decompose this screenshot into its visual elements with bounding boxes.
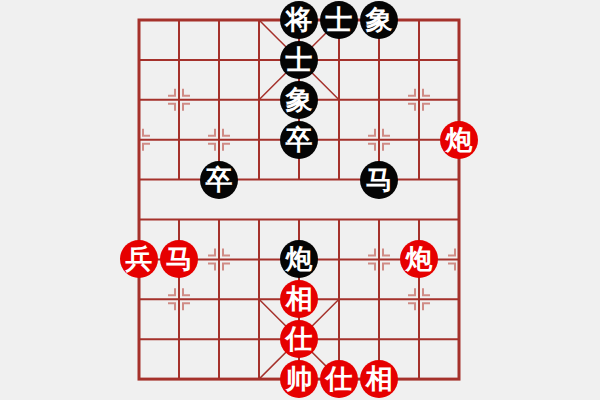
piece-red-advisor[interactable]: 仕: [280, 320, 318, 358]
board-point[interactable]: [439, 80, 479, 120]
board-point[interactable]: [239, 199, 279, 239]
board-point[interactable]: [199, 319, 239, 359]
board-point[interactable]: [159, 80, 199, 120]
board-point[interactable]: [159, 279, 199, 319]
piece-black-soldier[interactable]: 卒: [200, 161, 238, 199]
board-point[interactable]: 将: [279, 0, 319, 40]
board-point[interactable]: [199, 239, 239, 279]
board-point[interactable]: [439, 160, 479, 200]
xiangqi-board: 将士象士象卒炮卒马兵马炮炮相仕帅仕相: [0, 0, 600, 400]
board-point[interactable]: [159, 0, 199, 40]
piece-black-horse[interactable]: 马: [360, 161, 398, 199]
board-point[interactable]: [439, 0, 479, 40]
board-point[interactable]: [359, 199, 399, 239]
board-point[interactable]: 仕: [279, 319, 319, 359]
board-point[interactable]: [119, 160, 159, 200]
board-point[interactable]: [319, 120, 359, 160]
piece-black-advisor[interactable]: 士: [320, 1, 358, 39]
board-point[interactable]: 士: [319, 0, 359, 40]
board-point[interactable]: [199, 0, 239, 40]
board-point[interactable]: 兵: [119, 239, 159, 279]
board-point[interactable]: [359, 239, 399, 279]
board-point[interactable]: [319, 80, 359, 120]
board-point[interactable]: [239, 120, 279, 160]
board-point[interactable]: [239, 0, 279, 40]
piece-black-advisor[interactable]: 士: [280, 41, 318, 79]
board-point[interactable]: [159, 40, 199, 80]
board-point[interactable]: [399, 160, 439, 200]
board-point[interactable]: [279, 160, 319, 200]
board-point[interactable]: [399, 199, 439, 239]
board-point[interactable]: 炮: [279, 239, 319, 279]
piece-black-general[interactable]: 将: [280, 1, 318, 39]
board-point[interactable]: [159, 359, 199, 399]
board-point[interactable]: 象: [279, 80, 319, 120]
board-point[interactable]: [399, 40, 439, 80]
board-point[interactable]: [439, 239, 479, 279]
piece-black-soldier[interactable]: 卒: [280, 121, 318, 159]
board-point[interactable]: [159, 120, 199, 160]
board-point[interactable]: [199, 199, 239, 239]
piece-red-elephant[interactable]: 相: [360, 360, 398, 398]
board-point[interactable]: [319, 160, 359, 200]
board-point[interactable]: [319, 239, 359, 279]
board-point[interactable]: 相: [359, 359, 399, 399]
board-point[interactable]: 炮: [399, 239, 439, 279]
board-point[interactable]: [399, 120, 439, 160]
piece-black-elephant[interactable]: 象: [280, 81, 318, 119]
board-point[interactable]: [199, 40, 239, 80]
piece-red-cannon[interactable]: 炮: [400, 240, 438, 278]
board-point[interactable]: [399, 279, 439, 319]
piece-red-advisor[interactable]: 仕: [320, 360, 358, 398]
board-point[interactable]: [319, 40, 359, 80]
board-point[interactable]: 卒: [279, 120, 319, 160]
board-point[interactable]: [439, 40, 479, 80]
board-point[interactable]: [159, 199, 199, 239]
board-point[interactable]: [399, 0, 439, 40]
board-point[interactable]: [359, 279, 399, 319]
board-point[interactable]: [319, 199, 359, 239]
board-point[interactable]: [239, 160, 279, 200]
board-point[interactable]: [399, 80, 439, 120]
board-point[interactable]: [119, 40, 159, 80]
board-point[interactable]: [399, 359, 439, 399]
piece-red-horse[interactable]: 马: [160, 240, 198, 278]
board-point[interactable]: [359, 319, 399, 359]
piece-red-elephant[interactable]: 相: [280, 280, 318, 318]
board-point[interactable]: [439, 199, 479, 239]
board-point[interactable]: [119, 80, 159, 120]
board-point[interactable]: 卒: [199, 160, 239, 200]
board-point[interactable]: [439, 319, 479, 359]
board-point[interactable]: [119, 359, 159, 399]
board-point[interactable]: [159, 319, 199, 359]
board-point[interactable]: 炮: [439, 120, 479, 160]
board-point[interactable]: 仕: [319, 359, 359, 399]
board-point[interactable]: [119, 199, 159, 239]
board-point[interactable]: 士: [279, 40, 319, 80]
board-point[interactable]: [199, 80, 239, 120]
board-point[interactable]: [239, 80, 279, 120]
piece-black-cannon[interactable]: 炮: [280, 240, 318, 278]
board-point[interactable]: 马: [359, 160, 399, 200]
board-point[interactable]: [119, 319, 159, 359]
piece-red-cannon[interactable]: 炮: [440, 121, 478, 159]
board-point[interactable]: [239, 279, 279, 319]
board-point[interactable]: [359, 80, 399, 120]
board-point[interactable]: [119, 0, 159, 40]
board-point[interactable]: [279, 199, 319, 239]
board-point[interactable]: [119, 279, 159, 319]
board-point[interactable]: [359, 120, 399, 160]
piece-red-general[interactable]: 帅: [280, 360, 318, 398]
board-point[interactable]: [439, 359, 479, 399]
board-point[interactable]: [239, 319, 279, 359]
board-point[interactable]: 帅: [279, 359, 319, 399]
board-point[interactable]: [319, 279, 359, 319]
board-point[interactable]: [239, 359, 279, 399]
board-point[interactable]: [119, 120, 159, 160]
piece-red-soldier[interactable]: 兵: [120, 240, 158, 278]
board-point[interactable]: [199, 279, 239, 319]
board-point[interactable]: [239, 40, 279, 80]
board-point[interactable]: 象: [359, 0, 399, 40]
board-point[interactable]: [159, 160, 199, 200]
board-grid: 将士象士象卒炮卒马兵马炮炮相仕帅仕相: [119, 0, 479, 399]
piece-black-elephant[interactable]: 象: [360, 1, 398, 39]
board-point[interactable]: 马: [159, 239, 199, 279]
board-point[interactable]: [239, 239, 279, 279]
board-point[interactable]: [319, 319, 359, 359]
board-point[interactable]: [199, 359, 239, 399]
board-point[interactable]: [199, 120, 239, 160]
board-point[interactable]: [439, 279, 479, 319]
board-point[interactable]: [399, 319, 439, 359]
board-point[interactable]: 相: [279, 279, 319, 319]
board-point[interactable]: [359, 40, 399, 80]
